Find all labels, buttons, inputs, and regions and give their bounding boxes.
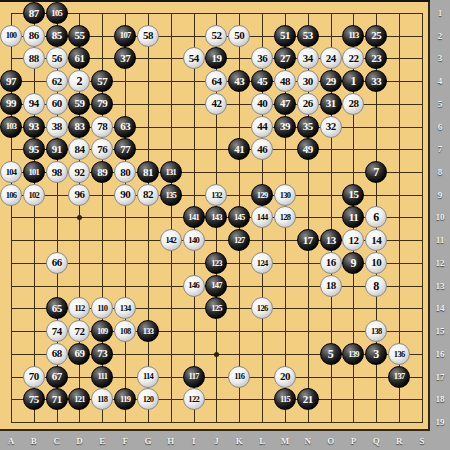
stone-white-126: 126 [251, 297, 273, 319]
stone-move-number: 86 [29, 30, 39, 41]
stone-move-number: 145 [234, 213, 245, 222]
stone-black-131: 131 [160, 161, 182, 183]
stone-white-2: 2 [68, 70, 90, 92]
stone-move-number: 116 [234, 372, 244, 381]
stone-move-number: 63 [120, 121, 130, 132]
stone-move-number: 14 [371, 234, 381, 245]
stone-white-118: 118 [91, 388, 113, 410]
stone-black-3: 3 [365, 343, 387, 365]
stone-move-number: 114 [143, 372, 153, 381]
stone-move-number: 80 [120, 166, 130, 177]
stone-black-17: 17 [297, 229, 319, 251]
stone-black-49: 49 [297, 138, 319, 160]
stone-white-120: 120 [137, 388, 159, 410]
stone-black-101: 101 [23, 161, 45, 183]
stone-black-143: 143 [205, 206, 227, 228]
stone-move-number: 96 [74, 189, 84, 200]
stone-black-105: 105 [46, 2, 68, 24]
stone-white-38: 38 [46, 116, 68, 138]
top-border-bar [0, 0, 430, 2]
stone-white-102: 102 [23, 184, 45, 206]
stone-move-number: 125 [211, 304, 222, 313]
stone-white-96: 96 [68, 184, 90, 206]
stone-move-number: 110 [97, 304, 107, 313]
stone-move-number: 94 [29, 98, 39, 109]
stone-move-number: 97 [6, 75, 16, 86]
stone-white-28: 28 [342, 93, 364, 115]
stone-move-number: 52 [211, 30, 221, 41]
stone-move-number: 30 [303, 75, 313, 86]
stone-move-number: 55 [74, 30, 84, 41]
stone-move-number: 84 [74, 143, 84, 154]
stone-move-number: 27 [280, 52, 290, 63]
stone-black-81: 81 [137, 161, 159, 183]
star-point [77, 215, 82, 220]
stone-white-70: 70 [23, 366, 45, 388]
column-label-D: D [76, 437, 83, 446]
stone-black-85: 85 [46, 25, 68, 47]
stone-move-number: 136 [394, 349, 405, 358]
stone-black-91: 91 [46, 138, 68, 160]
stone-move-number: 16 [326, 257, 336, 268]
row-label-3: 3 [438, 54, 443, 63]
column-label-C: C [53, 437, 60, 446]
stone-move-number: 22 [348, 52, 358, 63]
stone-move-number: 24 [326, 52, 336, 63]
stone-move-number: 15 [348, 189, 358, 200]
stone-black-27: 27 [274, 47, 296, 69]
stone-white-106: 106 [0, 184, 22, 206]
stone-move-number: 71 [52, 393, 62, 404]
stone-black-83: 83 [68, 116, 90, 138]
stone-white-6: 6 [365, 206, 387, 228]
stone-move-number: 29 [326, 75, 336, 86]
stone-move-number: 144 [257, 213, 268, 222]
stone-black-67: 67 [46, 366, 68, 388]
stone-white-52: 52 [205, 25, 227, 47]
stone-white-42: 42 [205, 93, 227, 115]
row-label-4: 4 [438, 77, 443, 86]
stone-black-93: 93 [23, 116, 45, 138]
stone-white-144: 144 [251, 206, 273, 228]
stone-white-88: 88 [23, 47, 45, 69]
stone-white-12: 12 [342, 229, 364, 251]
stone-move-number: 56 [52, 52, 62, 63]
stone-black-139: 139 [342, 343, 364, 365]
stone-black-125: 125 [205, 297, 227, 319]
column-label-R: R [396, 437, 403, 446]
stone-move-number: 75 [29, 393, 39, 404]
stone-black-51: 51 [274, 25, 296, 47]
stone-black-137: 137 [388, 366, 410, 388]
stone-move-number: 121 [74, 395, 85, 404]
column-label-I: I [192, 437, 196, 446]
stone-black-127: 127 [228, 229, 250, 251]
stone-white-50: 50 [228, 25, 250, 47]
column-label-H: H [167, 437, 174, 446]
stone-move-number: 41 [234, 143, 244, 154]
stone-move-number: 23 [371, 52, 381, 63]
star-point [214, 352, 219, 357]
stone-white-136: 136 [388, 343, 410, 365]
stone-black-61: 61 [68, 47, 90, 69]
stone-white-16: 16 [320, 252, 342, 274]
grid-line-horizontal [11, 377, 423, 378]
stone-black-71: 71 [46, 388, 68, 410]
stone-white-76: 76 [91, 138, 113, 160]
stone-black-47: 47 [274, 93, 296, 115]
stone-move-number: 61 [74, 52, 84, 63]
column-label-E: E [99, 437, 105, 446]
stone-move-number: 106 [6, 190, 17, 199]
stone-move-number: 70 [29, 371, 39, 382]
stone-white-44: 44 [251, 116, 273, 138]
stone-move-number: 90 [120, 189, 130, 200]
stone-move-number: 13 [326, 234, 336, 245]
stone-black-5: 5 [320, 343, 342, 365]
stone-black-25: 25 [365, 25, 387, 47]
stone-move-number: 28 [348, 98, 358, 109]
column-label-G: G [144, 437, 151, 446]
stone-white-18: 18 [320, 275, 342, 297]
stone-white-72: 72 [68, 320, 90, 342]
row-label-5: 5 [438, 99, 443, 108]
stone-move-number: 12 [348, 234, 358, 245]
stone-white-92: 92 [68, 161, 90, 183]
stone-move-number: 139 [348, 349, 359, 358]
stone-move-number: 132 [211, 190, 222, 199]
stone-black-73: 73 [91, 343, 113, 365]
stone-black-23: 23 [365, 47, 387, 69]
stone-white-60: 60 [46, 93, 68, 115]
row-label-11: 11 [436, 236, 445, 245]
stone-white-98: 98 [46, 161, 68, 183]
grid-line-horizontal [11, 422, 423, 423]
stone-move-number: 39 [280, 121, 290, 132]
stone-move-number: 32 [326, 121, 336, 132]
stone-white-58: 58 [137, 25, 159, 47]
stone-move-number: 98 [52, 166, 62, 177]
stone-move-number: 62 [52, 75, 62, 86]
stone-move-number: 78 [97, 121, 107, 132]
stone-move-number: 57 [97, 75, 107, 86]
column-label-Q: Q [373, 437, 380, 446]
stone-white-20: 20 [274, 366, 296, 388]
row-label-1: 1 [438, 9, 443, 18]
stone-black-99: 99 [0, 93, 22, 115]
stone-black-33: 33 [365, 70, 387, 92]
row-label-18: 18 [436, 395, 445, 404]
stone-move-number: 26 [303, 98, 313, 109]
stone-white-84: 84 [68, 138, 90, 160]
stone-move-number: 85 [52, 30, 62, 41]
stone-move-number: 127 [234, 235, 245, 244]
stone-move-number: 130 [280, 190, 291, 199]
stone-white-24: 24 [320, 47, 342, 69]
stone-move-number: 141 [188, 213, 199, 222]
stone-move-number: 37 [120, 52, 130, 63]
stone-move-number: 115 [280, 395, 290, 404]
stone-move-number: 126 [257, 304, 268, 313]
stone-black-37: 37 [114, 47, 136, 69]
row-label-10: 10 [436, 213, 445, 222]
stone-black-135: 135 [160, 184, 182, 206]
row-label-7: 7 [438, 145, 443, 154]
stone-move-number: 134 [120, 304, 131, 313]
stone-move-number: 50 [234, 30, 244, 41]
stone-white-46: 46 [251, 138, 273, 160]
stone-white-130: 130 [274, 184, 296, 206]
row-label-19: 19 [436, 417, 445, 426]
stone-move-number: 66 [52, 257, 62, 268]
stone-black-145: 145 [228, 206, 250, 228]
stone-move-number: 35 [303, 121, 313, 132]
grid-line-vertical [422, 13, 423, 423]
row-label-2: 2 [438, 31, 443, 40]
stone-move-number: 113 [348, 31, 358, 40]
stone-move-number: 3 [373, 347, 379, 359]
stone-move-number: 77 [120, 143, 130, 154]
stone-move-number: 33 [371, 75, 381, 86]
stone-move-number: 45 [257, 75, 267, 86]
stone-black-43: 43 [228, 70, 250, 92]
stone-move-number: 105 [51, 8, 62, 17]
stone-move-number: 82 [143, 189, 153, 200]
stone-black-41: 41 [228, 138, 250, 160]
stone-black-123: 123 [205, 252, 227, 274]
stone-move-number: 128 [280, 213, 291, 222]
stone-black-21: 21 [297, 388, 319, 410]
stone-move-number: 73 [97, 348, 107, 359]
stone-move-number: 88 [29, 52, 39, 63]
stone-white-62: 62 [46, 70, 68, 92]
stone-move-number: 103 [6, 122, 17, 131]
stone-black-87: 87 [23, 2, 45, 24]
stone-move-number: 42 [211, 98, 221, 109]
stone-move-number: 111 [97, 372, 107, 381]
stone-move-number: 129 [257, 190, 268, 199]
stone-white-22: 22 [342, 47, 364, 69]
stone-white-134: 134 [114, 297, 136, 319]
column-label-J: J [214, 437, 219, 446]
stone-move-number: 137 [394, 372, 405, 381]
stone-white-100: 100 [0, 25, 22, 47]
stone-white-138: 138 [365, 320, 387, 342]
stone-move-number: 47 [280, 98, 290, 109]
stone-move-number: 104 [6, 167, 17, 176]
stone-move-number: 17 [303, 234, 313, 245]
stone-move-number: 81 [143, 166, 153, 177]
stone-move-number: 38 [52, 121, 62, 132]
stone-white-112: 112 [68, 297, 90, 319]
stone-move-number: 51 [280, 30, 290, 41]
stone-black-103: 103 [0, 116, 22, 138]
stone-move-number: 76 [97, 143, 107, 154]
stone-black-89: 89 [91, 161, 113, 183]
stone-move-number: 68 [52, 348, 62, 359]
column-label-K: K [236, 437, 243, 446]
stone-black-19: 19 [205, 47, 227, 69]
stone-black-15: 15 [342, 184, 364, 206]
stone-move-number: 112 [74, 304, 84, 313]
stone-move-number: 8 [373, 279, 379, 291]
stone-move-number: 146 [188, 281, 199, 290]
stone-black-39: 39 [274, 116, 296, 138]
stone-move-number: 135 [166, 190, 177, 199]
stone-move-number: 108 [120, 326, 131, 335]
row-coordinate-strip: 12345678910111213141516171819 [430, 0, 450, 450]
stone-move-number: 102 [29, 190, 40, 199]
stone-move-number: 119 [120, 395, 130, 404]
stone-black-13: 13 [320, 229, 342, 251]
stone-black-133: 133 [137, 320, 159, 342]
column-label-L: L [259, 437, 265, 446]
stone-white-94: 94 [23, 93, 45, 115]
stone-move-number: 44 [257, 121, 267, 132]
stone-white-8: 8 [365, 275, 387, 297]
row-label-14: 14 [436, 304, 445, 313]
stone-move-number: 10 [371, 257, 381, 268]
stone-move-number: 5 [328, 347, 334, 359]
stone-white-128: 128 [274, 206, 296, 228]
stone-black-79: 79 [91, 93, 113, 115]
stone-white-132: 132 [205, 184, 227, 206]
stone-white-36: 36 [251, 47, 273, 69]
stone-white-26: 26 [297, 93, 319, 115]
stone-black-147: 147 [205, 275, 227, 297]
stone-move-number: 64 [211, 75, 221, 86]
stone-black-11: 11 [342, 206, 364, 228]
stone-black-141: 141 [183, 206, 205, 228]
stone-white-64: 64 [205, 70, 227, 92]
column-label-S: S [419, 437, 424, 446]
stone-white-122: 122 [183, 388, 205, 410]
stone-move-number: 124 [257, 258, 268, 267]
stone-white-80: 80 [114, 161, 136, 183]
stone-move-number: 93 [29, 121, 39, 132]
stone-black-111: 111 [91, 366, 113, 388]
stone-move-number: 67 [52, 371, 62, 382]
stone-move-number: 49 [303, 143, 313, 154]
stone-move-number: 11 [349, 211, 358, 222]
stone-black-97: 97 [0, 70, 22, 92]
stone-white-40: 40 [251, 93, 273, 115]
stone-white-14: 14 [365, 229, 387, 251]
stone-white-90: 90 [114, 184, 136, 206]
stone-white-78: 78 [91, 116, 113, 138]
stone-white-104: 104 [0, 161, 22, 183]
stone-white-30: 30 [297, 70, 319, 92]
stone-black-31: 31 [320, 93, 342, 115]
stone-white-124: 124 [251, 252, 273, 274]
stone-white-142: 142 [160, 229, 182, 251]
stone-move-number: 54 [189, 52, 199, 63]
stone-move-number: 40 [257, 98, 267, 109]
stone-move-number: 109 [97, 326, 108, 335]
stone-move-number: 122 [188, 395, 199, 404]
stone-white-86: 86 [23, 25, 45, 47]
stone-black-59: 59 [68, 93, 90, 115]
stone-black-75: 75 [23, 388, 45, 410]
row-label-12: 12 [436, 258, 445, 267]
stone-move-number: 18 [326, 280, 336, 291]
stone-black-109: 109 [91, 320, 113, 342]
stone-move-number: 20 [280, 371, 290, 382]
column-label-O: O [327, 437, 334, 446]
stone-move-number: 118 [97, 395, 107, 404]
stone-move-number: 7 [373, 166, 379, 178]
column-label-P: P [351, 437, 357, 446]
stone-move-number: 36 [257, 52, 267, 63]
stone-black-1: 1 [342, 70, 364, 92]
column-coordinate-strip: ABCDEFGHIJKLMNOPQRS [0, 431, 430, 450]
stone-white-56: 56 [46, 47, 68, 69]
stone-black-35: 35 [297, 116, 319, 138]
stone-move-number: 83 [74, 121, 84, 132]
stone-black-57: 57 [91, 70, 113, 92]
stone-move-number: 21 [303, 393, 313, 404]
column-label-N: N [305, 437, 312, 446]
stone-black-69: 69 [68, 343, 90, 365]
stone-move-number: 89 [97, 166, 107, 177]
stone-move-number: 69 [74, 348, 84, 359]
stone-white-114: 114 [137, 366, 159, 388]
stone-black-7: 7 [365, 161, 387, 183]
stone-white-54: 54 [183, 47, 205, 69]
go-diagram: 1235678910111213141516171819202122232425… [0, 0, 450, 450]
stone-black-29: 29 [320, 70, 342, 92]
stone-move-number: 123 [211, 258, 222, 267]
go-board[interactable]: 1235678910111213141516171819202122232425… [0, 0, 430, 431]
stone-move-number: 1 [350, 75, 356, 87]
stone-move-number: 58 [143, 30, 153, 41]
stone-white-110: 110 [91, 297, 113, 319]
stone-move-number: 95 [29, 143, 39, 154]
stone-move-number: 31 [326, 98, 336, 109]
stone-move-number: 74 [52, 325, 62, 336]
stone-black-119: 119 [114, 388, 136, 410]
row-label-8: 8 [438, 168, 443, 177]
stone-black-95: 95 [23, 138, 45, 160]
stone-white-108: 108 [114, 320, 136, 342]
stone-black-55: 55 [68, 25, 90, 47]
stone-move-number: 91 [52, 143, 62, 154]
stone-move-number: 25 [371, 30, 381, 41]
stone-move-number: 99 [6, 98, 16, 109]
stone-white-82: 82 [137, 184, 159, 206]
stone-move-number: 34 [303, 52, 313, 63]
stone-move-number: 133 [143, 326, 154, 335]
stone-move-number: 6 [373, 211, 379, 223]
stone-black-121: 121 [68, 388, 90, 410]
stone-black-115: 115 [274, 388, 296, 410]
stone-black-129: 129 [251, 184, 273, 206]
stone-black-45: 45 [251, 70, 273, 92]
stone-black-107: 107 [114, 25, 136, 47]
stone-move-number: 140 [188, 235, 199, 244]
stone-move-number: 143 [211, 213, 222, 222]
stone-black-63: 63 [114, 116, 136, 138]
stone-move-number: 60 [52, 98, 62, 109]
stone-move-number: 9 [350, 256, 356, 268]
stone-move-number: 92 [74, 166, 84, 177]
stone-black-77: 77 [114, 138, 136, 160]
stone-white-74: 74 [46, 320, 68, 342]
stone-white-10: 10 [365, 252, 387, 274]
stone-move-number: 46 [257, 143, 267, 154]
stone-white-66: 66 [46, 252, 68, 274]
stone-move-number: 43 [234, 75, 244, 86]
